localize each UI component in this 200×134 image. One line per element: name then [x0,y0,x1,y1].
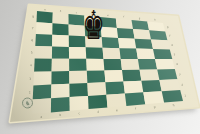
logo-stamp-knight-icon: ♞ [24,99,30,107]
black-king: ♚ [82,1,104,48]
chess-board: aabbccddeeffgghh8877665544332211♞♚ [0,0,200,134]
photo-scene: aabbccddeeffgghh8877665544332211♞♚ [0,0,200,134]
